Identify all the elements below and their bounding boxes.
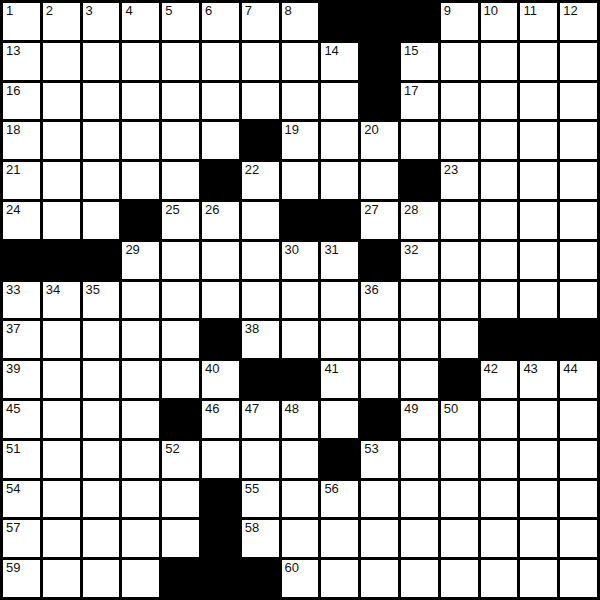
clue-number-40: 40 — [205, 361, 219, 377]
cell-r3c8[interactable] — [282, 83, 319, 120]
cell-r11c2[interactable] — [43, 401, 80, 438]
cell-r13c4[interactable] — [122, 481, 159, 518]
cell-r1c4[interactable]: 4 — [122, 3, 159, 40]
cell-r13c3[interactable] — [83, 481, 120, 518]
clue-number-47: 47 — [245, 401, 259, 417]
cell-r5c9[interactable] — [321, 162, 358, 199]
cell-r5c14[interactable] — [520, 162, 557, 199]
clue-number-16: 16 — [6, 83, 20, 99]
cell-r14c2[interactable] — [43, 520, 80, 557]
cell-r15c2[interactable] — [43, 560, 80, 597]
clue-number-51: 51 — [6, 441, 20, 457]
clue-number-25: 25 — [165, 202, 179, 218]
cell-r9c9[interactable] — [321, 321, 358, 358]
clue-number-48: 48 — [285, 401, 299, 417]
clue-number-14: 14 — [324, 43, 338, 59]
clue-number-60: 60 — [285, 560, 299, 576]
cell-r15c11[interactable] — [401, 560, 438, 597]
clue-number-6: 6 — [205, 3, 212, 19]
cell-r3c7[interactable] — [242, 83, 279, 120]
cell-r1c3[interactable]: 3 — [83, 3, 120, 40]
black-cell-r9c15 — [560, 321, 597, 358]
cell-r6c14[interactable] — [520, 202, 557, 239]
cell-r14c9[interactable] — [321, 520, 358, 557]
clue-number-19: 19 — [285, 122, 299, 138]
cell-r1c12[interactable]: 9 — [441, 3, 478, 40]
clue-number-35: 35 — [86, 282, 100, 298]
cell-r3c6[interactable] — [202, 83, 239, 120]
clue-number-29: 29 — [125, 242, 139, 258]
cell-r14c5[interactable] — [162, 520, 199, 557]
clue-number-34: 34 — [46, 282, 60, 298]
cell-r6c10[interactable]: 27 — [361, 202, 398, 239]
cell-r15c1[interactable]: 59 — [3, 560, 40, 597]
cell-r2c15[interactable] — [560, 43, 597, 80]
cell-r5c15[interactable] — [560, 162, 597, 199]
cell-r14c4[interactable] — [122, 520, 159, 557]
black-cell-r15c6 — [202, 560, 239, 597]
clue-number-39: 39 — [6, 361, 20, 377]
cell-r14c10[interactable] — [361, 520, 398, 557]
cell-r2c1[interactable]: 13 — [3, 43, 40, 80]
cell-r7c9[interactable]: 31 — [321, 242, 358, 279]
cell-r5c8[interactable] — [282, 162, 319, 199]
cell-r11c8[interactable]: 48 — [282, 401, 319, 438]
cell-r2c6[interactable] — [202, 43, 239, 80]
clue-number-55: 55 — [245, 481, 259, 497]
cell-r3c5[interactable] — [162, 83, 199, 120]
cell-r15c9[interactable] — [321, 560, 358, 597]
cell-r1c1[interactable]: 1 — [3, 3, 40, 40]
cell-r13c9[interactable]: 56 — [321, 481, 358, 518]
cell-r11c7[interactable]: 47 — [242, 401, 279, 438]
cell-r4c11[interactable] — [401, 122, 438, 159]
cell-r11c6[interactable]: 46 — [202, 401, 239, 438]
cell-r5c5[interactable] — [162, 162, 199, 199]
cell-r1c7[interactable]: 7 — [242, 3, 279, 40]
cell-r14c13[interactable] — [481, 520, 518, 557]
cell-r7c5[interactable] — [162, 242, 199, 279]
clue-number-18: 18 — [6, 122, 20, 138]
cell-r12c8[interactable] — [282, 441, 319, 478]
cell-r8c8[interactable] — [282, 282, 319, 319]
clue-number-54: 54 — [6, 481, 20, 497]
cell-r2c13[interactable] — [481, 43, 518, 80]
cell-r6c6[interactable]: 26 — [202, 202, 239, 239]
cell-r1c15[interactable]: 12 — [560, 3, 597, 40]
cell-r6c5[interactable]: 25 — [162, 202, 199, 239]
cell-r4c14[interactable] — [520, 122, 557, 159]
cell-r13c7[interactable]: 55 — [242, 481, 279, 518]
cell-r5c12[interactable]: 23 — [441, 162, 478, 199]
cell-r9c3[interactable] — [83, 321, 120, 358]
cell-r10c1[interactable]: 39 — [3, 361, 40, 398]
cell-r9c11[interactable] — [401, 321, 438, 358]
clue-number-7: 7 — [245, 3, 252, 19]
cell-r5c10[interactable] — [361, 162, 398, 199]
crossword-grid: 1234567891011121314151617181920212223242… — [0, 0, 600, 600]
cell-r13c2[interactable] — [43, 481, 80, 518]
clue-number-56: 56 — [324, 481, 338, 497]
cell-r10c13[interactable]: 42 — [481, 361, 518, 398]
cell-r13c1[interactable]: 54 — [3, 481, 40, 518]
cell-r9c12[interactable] — [441, 321, 478, 358]
cell-r14c14[interactable] — [520, 520, 557, 557]
cell-r1c5[interactable]: 5 — [162, 3, 199, 40]
clue-number-13: 13 — [6, 43, 20, 59]
clue-number-21: 21 — [6, 162, 20, 178]
cell-r2c12[interactable] — [441, 43, 478, 80]
cell-r3c15[interactable] — [560, 83, 597, 120]
cell-r15c14[interactable] — [520, 560, 557, 597]
clue-number-32: 32 — [404, 242, 418, 258]
clue-number-5: 5 — [165, 3, 172, 19]
clue-number-8: 8 — [285, 3, 292, 19]
cell-r4c12[interactable] — [441, 122, 478, 159]
cell-r9c4[interactable] — [122, 321, 159, 358]
cell-r5c1[interactable]: 21 — [3, 162, 40, 199]
cell-r8c12[interactable] — [441, 282, 478, 319]
cell-r1c6[interactable]: 6 — [202, 3, 239, 40]
cell-r12c15[interactable] — [560, 441, 597, 478]
cell-r14c7[interactable]: 58 — [242, 520, 279, 557]
black-cell-r3c10 — [361, 83, 398, 120]
black-cell-r6c9 — [321, 202, 358, 239]
cell-r12c1[interactable]: 51 — [3, 441, 40, 478]
black-cell-r1c9 — [321, 3, 358, 40]
cell-r15c3[interactable] — [83, 560, 120, 597]
cell-r4c10[interactable]: 20 — [361, 122, 398, 159]
cell-r7c6[interactable] — [202, 242, 239, 279]
cell-r1c8[interactable]: 8 — [282, 3, 319, 40]
black-cell-r10c8 — [282, 361, 319, 398]
black-cell-r7c2 — [43, 242, 80, 279]
clue-number-27: 27 — [364, 202, 378, 218]
cell-r6c3[interactable] — [83, 202, 120, 239]
clue-number-12: 12 — [563, 3, 577, 19]
cell-r9c8[interactable] — [282, 321, 319, 358]
clue-number-58: 58 — [245, 520, 259, 536]
cell-r12c2[interactable] — [43, 441, 80, 478]
clue-number-52: 52 — [165, 441, 179, 457]
cell-r2c8[interactable] — [282, 43, 319, 80]
cell-r9c2[interactable] — [43, 321, 80, 358]
cell-r10c4[interactable] — [122, 361, 159, 398]
cell-r3c12[interactable] — [441, 83, 478, 120]
cell-r1c13[interactable]: 10 — [481, 3, 518, 40]
cell-r6c7[interactable] — [242, 202, 279, 239]
cell-r12c5[interactable]: 52 — [162, 441, 199, 478]
cell-r8c7[interactable] — [242, 282, 279, 319]
cell-r9c1[interactable]: 37 — [3, 321, 40, 358]
black-cell-r14c6 — [202, 520, 239, 557]
cell-r8c10[interactable]: 36 — [361, 282, 398, 319]
clue-number-22: 22 — [245, 162, 259, 178]
black-cell-r4c7 — [242, 122, 279, 159]
black-cell-r7c1 — [3, 242, 40, 279]
cell-r11c14[interactable] — [520, 401, 557, 438]
cell-r8c5[interactable] — [162, 282, 199, 319]
cell-r10c3[interactable] — [83, 361, 120, 398]
cell-r4c5[interactable] — [162, 122, 199, 159]
cell-r7c12[interactable] — [441, 242, 478, 279]
clue-number-44: 44 — [563, 361, 577, 377]
clue-number-53: 53 — [364, 441, 378, 457]
cell-r12c11[interactable] — [401, 441, 438, 478]
cell-r11c12[interactable]: 50 — [441, 401, 478, 438]
black-cell-r2c10 — [361, 43, 398, 80]
clue-number-1: 1 — [6, 3, 13, 19]
cell-r12c12[interactable] — [441, 441, 478, 478]
black-cell-r9c13 — [481, 321, 518, 358]
cell-r2c5[interactable] — [162, 43, 199, 80]
black-cell-r6c4 — [122, 202, 159, 239]
cell-r4c3[interactable] — [83, 122, 120, 159]
cell-r14c15[interactable] — [560, 520, 597, 557]
clue-number-41: 41 — [324, 361, 338, 377]
cell-r11c13[interactable] — [481, 401, 518, 438]
cell-r5c2[interactable] — [43, 162, 80, 199]
cell-r4c4[interactable] — [122, 122, 159, 159]
cell-r3c1[interactable]: 16 — [3, 83, 40, 120]
cell-r11c15[interactable] — [560, 401, 597, 438]
clue-number-26: 26 — [205, 202, 219, 218]
cell-r12c10[interactable]: 53 — [361, 441, 398, 478]
cell-r4c13[interactable] — [481, 122, 518, 159]
cell-r2c4[interactable] — [122, 43, 159, 80]
cell-r13c15[interactable] — [560, 481, 597, 518]
black-cell-r11c10 — [361, 401, 398, 438]
black-cell-r9c14 — [520, 321, 557, 358]
cell-r15c13[interactable] — [481, 560, 518, 597]
cell-r2c2[interactable] — [43, 43, 80, 80]
cell-r10c6[interactable]: 40 — [202, 361, 239, 398]
cell-r3c13[interactable] — [481, 83, 518, 120]
cell-r14c1[interactable]: 57 — [3, 520, 40, 557]
clue-number-46: 46 — [205, 401, 219, 417]
clue-number-3: 3 — [86, 3, 93, 19]
cell-r12c6[interactable] — [202, 441, 239, 478]
black-cell-r10c12 — [441, 361, 478, 398]
clue-number-23: 23 — [444, 162, 458, 178]
black-cell-r5c11 — [401, 162, 438, 199]
cell-r7c11[interactable]: 32 — [401, 242, 438, 279]
cell-r8c15[interactable] — [560, 282, 597, 319]
cell-r10c9[interactable]: 41 — [321, 361, 358, 398]
cell-r13c11[interactable] — [401, 481, 438, 518]
cell-r6c2[interactable] — [43, 202, 80, 239]
cell-r12c3[interactable] — [83, 441, 120, 478]
cell-r10c14[interactable]: 43 — [520, 361, 557, 398]
cell-r7c14[interactable] — [520, 242, 557, 279]
cell-r13c12[interactable] — [441, 481, 478, 518]
cell-r8c9[interactable] — [321, 282, 358, 319]
clue-number-36: 36 — [364, 282, 378, 298]
clue-number-2: 2 — [46, 3, 53, 19]
clue-number-11: 11 — [523, 3, 537, 19]
clue-number-4: 4 — [125, 3, 132, 19]
cell-r8c2[interactable]: 34 — [43, 282, 80, 319]
cell-r8c13[interactable] — [481, 282, 518, 319]
cell-r9c5[interactable] — [162, 321, 199, 358]
black-cell-r10c7 — [242, 361, 279, 398]
cell-r12c13[interactable] — [481, 441, 518, 478]
cell-r2c3[interactable] — [83, 43, 120, 80]
black-cell-r15c5 — [162, 560, 199, 597]
cell-r14c12[interactable] — [441, 520, 478, 557]
clue-number-37: 37 — [6, 321, 20, 337]
cell-r14c8[interactable] — [282, 520, 319, 557]
cell-r11c4[interactable] — [122, 401, 159, 438]
cell-r6c11[interactable]: 28 — [401, 202, 438, 239]
cell-r1c2[interactable]: 2 — [43, 3, 80, 40]
cell-r6c1[interactable]: 24 — [3, 202, 40, 239]
cell-r6c13[interactable] — [481, 202, 518, 239]
black-cell-r11c5 — [162, 401, 199, 438]
cell-r5c4[interactable] — [122, 162, 159, 199]
cell-r11c3[interactable] — [83, 401, 120, 438]
cell-r3c9[interactable] — [321, 83, 358, 120]
cell-r14c11[interactable] — [401, 520, 438, 557]
cell-r13c10[interactable] — [361, 481, 398, 518]
black-cell-r5c6 — [202, 162, 239, 199]
cell-r3c11[interactable]: 17 — [401, 83, 438, 120]
clue-number-49: 49 — [404, 401, 418, 417]
clue-number-17: 17 — [404, 83, 418, 99]
cell-r2c11[interactable]: 15 — [401, 43, 438, 80]
cell-r10c10[interactable] — [361, 361, 398, 398]
cell-r15c12[interactable] — [441, 560, 478, 597]
clue-number-9: 9 — [444, 3, 451, 19]
cell-r12c14[interactable] — [520, 441, 557, 478]
cell-r15c8[interactable]: 60 — [282, 560, 319, 597]
clue-number-57: 57 — [6, 520, 20, 536]
cell-r11c9[interactable] — [321, 401, 358, 438]
cell-r12c4[interactable] — [122, 441, 159, 478]
black-cell-r1c10 — [361, 3, 398, 40]
clue-number-15: 15 — [404, 43, 418, 59]
clue-number-10: 10 — [484, 3, 498, 19]
clue-number-38: 38 — [245, 321, 259, 337]
cell-r8c6[interactable] — [202, 282, 239, 319]
cell-r7c15[interactable] — [560, 242, 597, 279]
cell-r2c9[interactable]: 14 — [321, 43, 358, 80]
clue-number-30: 30 — [285, 242, 299, 258]
cell-r8c3[interactable]: 35 — [83, 282, 120, 319]
clue-number-43: 43 — [523, 361, 537, 377]
clue-number-24: 24 — [6, 202, 20, 218]
cell-r7c13[interactable] — [481, 242, 518, 279]
clue-number-20: 20 — [364, 122, 378, 138]
black-cell-r7c10 — [361, 242, 398, 279]
cell-r7c7[interactable] — [242, 242, 279, 279]
clue-number-50: 50 — [444, 401, 458, 417]
clue-number-42: 42 — [484, 361, 498, 377]
cell-r1c14[interactable]: 11 — [520, 3, 557, 40]
cell-r13c5[interactable] — [162, 481, 199, 518]
cell-r3c2[interactable] — [43, 83, 80, 120]
cell-r8c1[interactable]: 33 — [3, 282, 40, 319]
cell-r14c3[interactable] — [83, 520, 120, 557]
cell-r15c10[interactable] — [361, 560, 398, 597]
cell-r3c3[interactable] — [83, 83, 120, 120]
cell-r6c12[interactable] — [441, 202, 478, 239]
clue-number-45: 45 — [6, 401, 20, 417]
cell-r10c5[interactable] — [162, 361, 199, 398]
clue-number-31: 31 — [324, 242, 338, 258]
black-cell-r1c11 — [401, 3, 438, 40]
cell-r10c2[interactable] — [43, 361, 80, 398]
cell-r5c3[interactable] — [83, 162, 120, 199]
cell-r7c4[interactable]: 29 — [122, 242, 159, 279]
cell-r13c14[interactable] — [520, 481, 557, 518]
black-cell-r7c3 — [83, 242, 120, 279]
cell-r10c11[interactable] — [401, 361, 438, 398]
cell-r4c9[interactable] — [321, 122, 358, 159]
cell-r11c1[interactable]: 45 — [3, 401, 40, 438]
black-cell-r12c9 — [321, 441, 358, 478]
cell-r5c13[interactable] — [481, 162, 518, 199]
cell-r15c4[interactable] — [122, 560, 159, 597]
cell-r3c4[interactable] — [122, 83, 159, 120]
cell-r13c13[interactable] — [481, 481, 518, 518]
cell-r2c14[interactable] — [520, 43, 557, 80]
clue-number-59: 59 — [6, 560, 20, 576]
cell-r8c4[interactable] — [122, 282, 159, 319]
cell-r3c14[interactable] — [520, 83, 557, 120]
cell-r13c8[interactable] — [282, 481, 319, 518]
cell-r8c11[interactable] — [401, 282, 438, 319]
cell-r4c6[interactable] — [202, 122, 239, 159]
cell-r12c7[interactable] — [242, 441, 279, 478]
cell-r10c15[interactable]: 44 — [560, 361, 597, 398]
cell-r2c7[interactable] — [242, 43, 279, 80]
cell-r4c1[interactable]: 18 — [3, 122, 40, 159]
black-cell-r13c6 — [202, 481, 239, 518]
cell-r5c7[interactable]: 22 — [242, 162, 279, 199]
clue-number-28: 28 — [404, 202, 418, 218]
cell-r4c8[interactable]: 19 — [282, 122, 319, 159]
cell-r4c2[interactable] — [43, 122, 80, 159]
black-cell-r15c7 — [242, 560, 279, 597]
cell-r15c15[interactable] — [560, 560, 597, 597]
cell-r9c10[interactable] — [361, 321, 398, 358]
black-cell-r6c8 — [282, 202, 319, 239]
cell-r8c14[interactable] — [520, 282, 557, 319]
cell-r9c7[interactable]: 38 — [242, 321, 279, 358]
cell-r7c8[interactable]: 30 — [282, 242, 319, 279]
cell-r6c15[interactable] — [560, 202, 597, 239]
cell-r4c15[interactable] — [560, 122, 597, 159]
black-cell-r9c6 — [202, 321, 239, 358]
clue-number-33: 33 — [6, 282, 20, 298]
cell-r11c11[interactable]: 49 — [401, 401, 438, 438]
